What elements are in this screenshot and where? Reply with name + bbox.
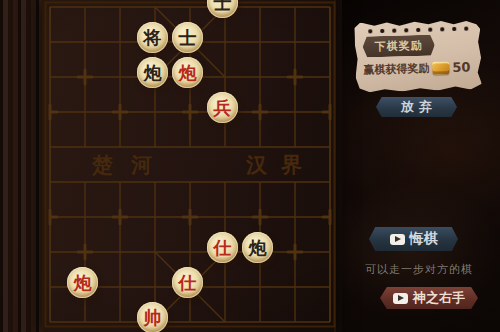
reward-amount: 50 — [452, 60, 471, 75]
piece-red[interactable]: 兵 — [207, 92, 238, 123]
piece-grid[interactable]: 士将士炮炮兵仕炮炮仕帅 — [33, 0, 348, 332]
godhand-button[interactable]: 神之右手 — [380, 286, 478, 310]
reward-badge: 下棋奖励 — [362, 35, 435, 58]
godhand-label: 神之右手 — [413, 289, 465, 307]
piece-red[interactable]: 炮 — [172, 57, 203, 88]
piece-red[interactable]: 仕 — [207, 232, 238, 263]
ad-video-icon — [390, 234, 405, 245]
piece-black[interactable]: 将 — [137, 22, 168, 53]
ad-video-icon — [393, 293, 408, 304]
gold-coin-icon — [432, 61, 449, 74]
piece-black[interactable]: 士 — [172, 22, 203, 53]
undo-label: 悔棋 — [410, 230, 438, 248]
piece-black[interactable]: 士 — [207, 0, 238, 18]
game-screen: 楚河 汉界 士将士炮炮兵仕炮炮仕帅 下棋奖励 赢棋获得奖励 50 放弃 悔棋 可… — [0, 0, 500, 332]
piece-red[interactable]: 炮 — [67, 267, 98, 298]
piece-black[interactable]: 炮 — [137, 57, 168, 88]
giveup-label: 放弃 — [396, 98, 437, 116]
piece-red[interactable]: 仕 — [172, 267, 203, 298]
paper-holes — [362, 25, 472, 34]
reward-text: 赢棋获得奖励 — [363, 61, 429, 78]
godhand-hint-text: 可以走一步对方的棋 — [344, 262, 494, 277]
undo-button[interactable]: 悔棋 — [369, 226, 458, 252]
piece-black[interactable]: 炮 — [242, 232, 273, 263]
giveup-button[interactable]: 放弃 — [376, 96, 457, 118]
piece-red[interactable]: 帅 — [137, 302, 168, 332]
reward-line: 赢棋获得奖励 50 — [363, 60, 470, 78]
reward-note: 下棋奖励 赢棋获得奖励 50 — [354, 19, 482, 92]
